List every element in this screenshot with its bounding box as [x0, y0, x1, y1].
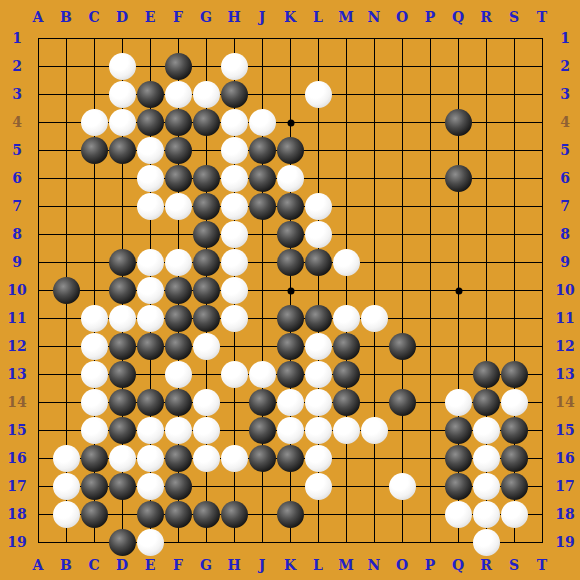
intersection-a15[interactable]: [24, 416, 52, 444]
intersection-r7[interactable]: [472, 192, 500, 220]
intersection-a14[interactable]: [24, 388, 52, 416]
intersection-d7[interactable]: [108, 192, 136, 220]
intersection-q18[interactable]: [444, 500, 472, 528]
intersection-k4[interactable]: [276, 108, 304, 136]
intersection-g14[interactable]: [192, 388, 220, 416]
intersection-o11[interactable]: [388, 304, 416, 332]
intersection-f5[interactable]: [164, 136, 192, 164]
intersection-r12[interactable]: [472, 332, 500, 360]
intersection-o14[interactable]: [388, 388, 416, 416]
intersection-g5[interactable]: [192, 136, 220, 164]
intersection-s15[interactable]: [500, 416, 528, 444]
intersection-k17[interactable]: [276, 472, 304, 500]
intersection-m2[interactable]: [332, 52, 360, 80]
intersection-p3[interactable]: [416, 80, 444, 108]
intersection-h18[interactable]: [220, 500, 248, 528]
intersection-e12[interactable]: [136, 332, 164, 360]
intersection-q8[interactable]: [444, 220, 472, 248]
intersection-p1[interactable]: [416, 24, 444, 52]
intersection-o8[interactable]: [388, 220, 416, 248]
intersection-d5[interactable]: [108, 136, 136, 164]
intersection-g8[interactable]: [192, 220, 220, 248]
intersection-d6[interactable]: [108, 164, 136, 192]
intersection-p13[interactable]: [416, 360, 444, 388]
intersection-f15[interactable]: [164, 416, 192, 444]
intersection-n12[interactable]: [360, 332, 388, 360]
intersection-q17[interactable]: [444, 472, 472, 500]
intersection-j14[interactable]: [248, 388, 276, 416]
intersection-p4[interactable]: [416, 108, 444, 136]
intersection-c19[interactable]: [80, 528, 108, 556]
intersection-p7[interactable]: [416, 192, 444, 220]
intersection-o3[interactable]: [388, 80, 416, 108]
intersection-m11[interactable]: [332, 304, 360, 332]
intersection-p9[interactable]: [416, 248, 444, 276]
intersection-k13[interactable]: [276, 360, 304, 388]
intersection-h3[interactable]: [220, 80, 248, 108]
intersection-s2[interactable]: [500, 52, 528, 80]
intersection-d15[interactable]: [108, 416, 136, 444]
intersection-o9[interactable]: [388, 248, 416, 276]
intersection-r4[interactable]: [472, 108, 500, 136]
intersection-m15[interactable]: [332, 416, 360, 444]
go-board[interactable]: AABBCCDDEEFFGGHHJJKKLLMMNNOOPPQQRRSSTT11…: [0, 0, 580, 580]
intersection-b7[interactable]: [52, 192, 80, 220]
intersection-f7[interactable]: [164, 192, 192, 220]
intersection-d16[interactable]: [108, 444, 136, 472]
intersection-e13[interactable]: [136, 360, 164, 388]
intersection-q4[interactable]: [444, 108, 472, 136]
intersection-f13[interactable]: [164, 360, 192, 388]
intersection-k7[interactable]: [276, 192, 304, 220]
intersection-d8[interactable]: [108, 220, 136, 248]
intersection-j16[interactable]: [248, 444, 276, 472]
intersection-p14[interactable]: [416, 388, 444, 416]
intersection-f3[interactable]: [164, 80, 192, 108]
intersection-d9[interactable]: [108, 248, 136, 276]
intersection-m1[interactable]: [332, 24, 360, 52]
intersection-o6[interactable]: [388, 164, 416, 192]
intersection-j19[interactable]: [248, 528, 276, 556]
intersection-a13[interactable]: [24, 360, 52, 388]
intersection-r18[interactable]: [472, 500, 500, 528]
intersection-t6[interactable]: [528, 164, 556, 192]
intersection-e9[interactable]: [136, 248, 164, 276]
intersection-f4[interactable]: [164, 108, 192, 136]
intersection-c1[interactable]: [80, 24, 108, 52]
intersection-d4[interactable]: [108, 108, 136, 136]
intersection-r6[interactable]: [472, 164, 500, 192]
intersection-q3[interactable]: [444, 80, 472, 108]
intersection-a1[interactable]: [24, 24, 52, 52]
intersection-n17[interactable]: [360, 472, 388, 500]
intersection-m19[interactable]: [332, 528, 360, 556]
intersection-e11[interactable]: [136, 304, 164, 332]
intersection-b9[interactable]: [52, 248, 80, 276]
intersection-m14[interactable]: [332, 388, 360, 416]
intersection-h8[interactable]: [220, 220, 248, 248]
intersection-m8[interactable]: [332, 220, 360, 248]
intersection-j3[interactable]: [248, 80, 276, 108]
intersection-l11[interactable]: [304, 304, 332, 332]
intersection-l9[interactable]: [304, 248, 332, 276]
intersection-r9[interactable]: [472, 248, 500, 276]
intersection-c3[interactable]: [80, 80, 108, 108]
intersection-j1[interactable]: [248, 24, 276, 52]
intersection-q14[interactable]: [444, 388, 472, 416]
intersection-a18[interactable]: [24, 500, 52, 528]
intersection-p6[interactable]: [416, 164, 444, 192]
intersection-t15[interactable]: [528, 416, 556, 444]
intersection-n14[interactable]: [360, 388, 388, 416]
intersection-f9[interactable]: [164, 248, 192, 276]
intersection-f10[interactable]: [164, 276, 192, 304]
intersection-l2[interactable]: [304, 52, 332, 80]
intersection-r5[interactable]: [472, 136, 500, 164]
intersection-q19[interactable]: [444, 528, 472, 556]
intersection-j4[interactable]: [248, 108, 276, 136]
intersection-d3[interactable]: [108, 80, 136, 108]
intersection-n15[interactable]: [360, 416, 388, 444]
intersection-h16[interactable]: [220, 444, 248, 472]
intersection-s7[interactable]: [500, 192, 528, 220]
intersection-a19[interactable]: [24, 528, 52, 556]
intersection-k10[interactable]: [276, 276, 304, 304]
intersection-t19[interactable]: [528, 528, 556, 556]
intersection-k6[interactable]: [276, 164, 304, 192]
intersection-c14[interactable]: [80, 388, 108, 416]
intersection-e10[interactable]: [136, 276, 164, 304]
intersection-m10[interactable]: [332, 276, 360, 304]
intersection-m4[interactable]: [332, 108, 360, 136]
intersection-b15[interactable]: [52, 416, 80, 444]
intersection-l18[interactable]: [304, 500, 332, 528]
intersection-n18[interactable]: [360, 500, 388, 528]
intersection-k16[interactable]: [276, 444, 304, 472]
intersection-c13[interactable]: [80, 360, 108, 388]
intersection-q5[interactable]: [444, 136, 472, 164]
intersection-k19[interactable]: [276, 528, 304, 556]
intersection-q12[interactable]: [444, 332, 472, 360]
intersection-e19[interactable]: [136, 528, 164, 556]
intersection-b16[interactable]: [52, 444, 80, 472]
intersection-o16[interactable]: [388, 444, 416, 472]
intersection-g13[interactable]: [192, 360, 220, 388]
intersection-q9[interactable]: [444, 248, 472, 276]
intersection-o12[interactable]: [388, 332, 416, 360]
intersection-c18[interactable]: [80, 500, 108, 528]
intersection-m13[interactable]: [332, 360, 360, 388]
intersection-t13[interactable]: [528, 360, 556, 388]
intersection-l19[interactable]: [304, 528, 332, 556]
intersection-n7[interactable]: [360, 192, 388, 220]
intersection-g17[interactable]: [192, 472, 220, 500]
intersection-f11[interactable]: [164, 304, 192, 332]
intersection-f1[interactable]: [164, 24, 192, 52]
intersection-p11[interactable]: [416, 304, 444, 332]
intersection-n10[interactable]: [360, 276, 388, 304]
intersection-o1[interactable]: [388, 24, 416, 52]
intersection-l8[interactable]: [304, 220, 332, 248]
intersection-s3[interactable]: [500, 80, 528, 108]
intersection-g2[interactable]: [192, 52, 220, 80]
intersection-g10[interactable]: [192, 276, 220, 304]
intersection-j7[interactable]: [248, 192, 276, 220]
intersection-c6[interactable]: [80, 164, 108, 192]
intersection-k2[interactable]: [276, 52, 304, 80]
intersection-l13[interactable]: [304, 360, 332, 388]
intersection-n1[interactable]: [360, 24, 388, 52]
intersection-m9[interactable]: [332, 248, 360, 276]
intersection-k1[interactable]: [276, 24, 304, 52]
intersection-o17[interactable]: [388, 472, 416, 500]
intersection-r10[interactable]: [472, 276, 500, 304]
intersection-l4[interactable]: [304, 108, 332, 136]
intersection-g7[interactable]: [192, 192, 220, 220]
intersection-h12[interactable]: [220, 332, 248, 360]
intersection-c5[interactable]: [80, 136, 108, 164]
intersection-r16[interactable]: [472, 444, 500, 472]
intersection-d19[interactable]: [108, 528, 136, 556]
intersection-f14[interactable]: [164, 388, 192, 416]
intersection-e3[interactable]: [136, 80, 164, 108]
intersection-s1[interactable]: [500, 24, 528, 52]
intersection-c8[interactable]: [80, 220, 108, 248]
intersection-o18[interactable]: [388, 500, 416, 528]
intersection-e15[interactable]: [136, 416, 164, 444]
intersection-n8[interactable]: [360, 220, 388, 248]
intersection-j8[interactable]: [248, 220, 276, 248]
intersection-j2[interactable]: [248, 52, 276, 80]
intersection-t5[interactable]: [528, 136, 556, 164]
intersection-s6[interactable]: [500, 164, 528, 192]
intersection-h2[interactable]: [220, 52, 248, 80]
intersection-f8[interactable]: [164, 220, 192, 248]
intersection-q13[interactable]: [444, 360, 472, 388]
intersection-d10[interactable]: [108, 276, 136, 304]
intersection-c16[interactable]: [80, 444, 108, 472]
intersection-h15[interactable]: [220, 416, 248, 444]
intersection-b10[interactable]: [52, 276, 80, 304]
intersection-e16[interactable]: [136, 444, 164, 472]
intersection-c7[interactable]: [80, 192, 108, 220]
intersection-t7[interactable]: [528, 192, 556, 220]
intersection-q1[interactable]: [444, 24, 472, 52]
intersection-g3[interactable]: [192, 80, 220, 108]
intersection-d11[interactable]: [108, 304, 136, 332]
intersection-a8[interactable]: [24, 220, 52, 248]
intersection-d12[interactable]: [108, 332, 136, 360]
intersection-c9[interactable]: [80, 248, 108, 276]
intersection-m18[interactable]: [332, 500, 360, 528]
intersection-o13[interactable]: [388, 360, 416, 388]
intersection-q16[interactable]: [444, 444, 472, 472]
intersection-g1[interactable]: [192, 24, 220, 52]
intersection-j17[interactable]: [248, 472, 276, 500]
intersection-m6[interactable]: [332, 164, 360, 192]
intersection-m5[interactable]: [332, 136, 360, 164]
intersection-s11[interactable]: [500, 304, 528, 332]
intersection-f6[interactable]: [164, 164, 192, 192]
intersection-g12[interactable]: [192, 332, 220, 360]
intersection-g9[interactable]: [192, 248, 220, 276]
intersection-c2[interactable]: [80, 52, 108, 80]
intersection-l14[interactable]: [304, 388, 332, 416]
intersection-d18[interactable]: [108, 500, 136, 528]
intersection-l6[interactable]: [304, 164, 332, 192]
intersection-d13[interactable]: [108, 360, 136, 388]
intersection-q2[interactable]: [444, 52, 472, 80]
intersection-b14[interactable]: [52, 388, 80, 416]
intersection-r2[interactable]: [472, 52, 500, 80]
intersection-g6[interactable]: [192, 164, 220, 192]
intersection-p10[interactable]: [416, 276, 444, 304]
intersection-n13[interactable]: [360, 360, 388, 388]
intersection-k8[interactable]: [276, 220, 304, 248]
intersection-b6[interactable]: [52, 164, 80, 192]
intersection-l17[interactable]: [304, 472, 332, 500]
intersection-m3[interactable]: [332, 80, 360, 108]
intersection-h1[interactable]: [220, 24, 248, 52]
intersection-a5[interactable]: [24, 136, 52, 164]
intersection-r3[interactable]: [472, 80, 500, 108]
intersection-n19[interactable]: [360, 528, 388, 556]
intersection-q15[interactable]: [444, 416, 472, 444]
intersection-s10[interactable]: [500, 276, 528, 304]
intersection-m17[interactable]: [332, 472, 360, 500]
intersection-t18[interactable]: [528, 500, 556, 528]
intersection-l5[interactable]: [304, 136, 332, 164]
intersection-r11[interactable]: [472, 304, 500, 332]
intersection-d2[interactable]: [108, 52, 136, 80]
intersection-p18[interactable]: [416, 500, 444, 528]
intersection-t2[interactable]: [528, 52, 556, 80]
intersection-m12[interactable]: [332, 332, 360, 360]
intersection-s18[interactable]: [500, 500, 528, 528]
intersection-a16[interactable]: [24, 444, 52, 472]
intersection-b8[interactable]: [52, 220, 80, 248]
intersection-g15[interactable]: [192, 416, 220, 444]
intersection-r13[interactable]: [472, 360, 500, 388]
intersection-k15[interactable]: [276, 416, 304, 444]
intersection-h6[interactable]: [220, 164, 248, 192]
intersection-g16[interactable]: [192, 444, 220, 472]
intersection-f12[interactable]: [164, 332, 192, 360]
intersection-n5[interactable]: [360, 136, 388, 164]
intersection-h4[interactable]: [220, 108, 248, 136]
intersection-q10[interactable]: [444, 276, 472, 304]
intersection-q6[interactable]: [444, 164, 472, 192]
intersection-e7[interactable]: [136, 192, 164, 220]
intersection-n9[interactable]: [360, 248, 388, 276]
intersection-t3[interactable]: [528, 80, 556, 108]
intersection-r1[interactable]: [472, 24, 500, 52]
intersection-b5[interactable]: [52, 136, 80, 164]
intersection-e5[interactable]: [136, 136, 164, 164]
intersection-l12[interactable]: [304, 332, 332, 360]
intersection-b12[interactable]: [52, 332, 80, 360]
intersection-c10[interactable]: [80, 276, 108, 304]
intersection-a7[interactable]: [24, 192, 52, 220]
intersection-m7[interactable]: [332, 192, 360, 220]
intersection-b11[interactable]: [52, 304, 80, 332]
intersection-j6[interactable]: [248, 164, 276, 192]
intersection-r19[interactable]: [472, 528, 500, 556]
intersection-n11[interactable]: [360, 304, 388, 332]
intersection-k3[interactable]: [276, 80, 304, 108]
intersection-c17[interactable]: [80, 472, 108, 500]
intersection-e4[interactable]: [136, 108, 164, 136]
intersection-h10[interactable]: [220, 276, 248, 304]
intersection-e8[interactable]: [136, 220, 164, 248]
intersection-c15[interactable]: [80, 416, 108, 444]
intersection-r15[interactable]: [472, 416, 500, 444]
intersection-b2[interactable]: [52, 52, 80, 80]
intersection-p12[interactable]: [416, 332, 444, 360]
intersection-j5[interactable]: [248, 136, 276, 164]
intersection-k12[interactable]: [276, 332, 304, 360]
intersection-c12[interactable]: [80, 332, 108, 360]
intersection-e6[interactable]: [136, 164, 164, 192]
intersection-p5[interactable]: [416, 136, 444, 164]
intersection-s5[interactable]: [500, 136, 528, 164]
intersection-s9[interactable]: [500, 248, 528, 276]
intersection-g18[interactable]: [192, 500, 220, 528]
intersection-l16[interactable]: [304, 444, 332, 472]
intersection-b4[interactable]: [52, 108, 80, 136]
intersection-g11[interactable]: [192, 304, 220, 332]
intersection-t16[interactable]: [528, 444, 556, 472]
intersection-p16[interactable]: [416, 444, 444, 472]
intersection-b18[interactable]: [52, 500, 80, 528]
intersection-b1[interactable]: [52, 24, 80, 52]
intersection-b19[interactable]: [52, 528, 80, 556]
intersection-f16[interactable]: [164, 444, 192, 472]
intersection-s12[interactable]: [500, 332, 528, 360]
intersection-t9[interactable]: [528, 248, 556, 276]
intersection-f2[interactable]: [164, 52, 192, 80]
intersection-h13[interactable]: [220, 360, 248, 388]
intersection-b17[interactable]: [52, 472, 80, 500]
intersection-a2[interactable]: [24, 52, 52, 80]
intersection-g19[interactable]: [192, 528, 220, 556]
intersection-l10[interactable]: [304, 276, 332, 304]
intersection-t10[interactable]: [528, 276, 556, 304]
intersection-m16[interactable]: [332, 444, 360, 472]
intersection-a12[interactable]: [24, 332, 52, 360]
intersection-r17[interactable]: [472, 472, 500, 500]
intersection-a9[interactable]: [24, 248, 52, 276]
intersection-s13[interactable]: [500, 360, 528, 388]
intersection-h14[interactable]: [220, 388, 248, 416]
intersection-a6[interactable]: [24, 164, 52, 192]
intersection-n16[interactable]: [360, 444, 388, 472]
intersection-a3[interactable]: [24, 80, 52, 108]
intersection-e2[interactable]: [136, 52, 164, 80]
intersection-c4[interactable]: [80, 108, 108, 136]
intersection-a17[interactable]: [24, 472, 52, 500]
intersection-t17[interactable]: [528, 472, 556, 500]
intersection-o5[interactable]: [388, 136, 416, 164]
intersection-e17[interactable]: [136, 472, 164, 500]
intersection-t4[interactable]: [528, 108, 556, 136]
intersection-h17[interactable]: [220, 472, 248, 500]
intersection-j9[interactable]: [248, 248, 276, 276]
intersection-b3[interactable]: [52, 80, 80, 108]
intersection-f19[interactable]: [164, 528, 192, 556]
intersection-o15[interactable]: [388, 416, 416, 444]
intersection-k11[interactable]: [276, 304, 304, 332]
